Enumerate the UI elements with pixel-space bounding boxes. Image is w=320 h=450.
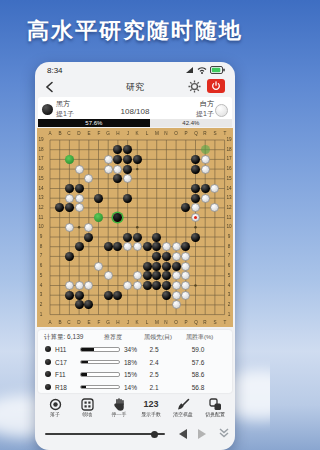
board-col-label: Q	[193, 131, 199, 136]
board-row-label: 2	[38, 303, 44, 308]
recommend-pct: 15%	[124, 371, 137, 378]
black-stone-E9	[84, 233, 93, 242]
white-stone-R17	[201, 155, 210, 164]
board-row-label: 15	[38, 176, 44, 181]
black-stone-Q16	[191, 165, 200, 174]
board-row-label: 17	[226, 157, 232, 162]
candidate-move-label: H11	[55, 346, 66, 353]
board-col-label: J	[125, 320, 131, 325]
board-col-label: L	[144, 131, 150, 136]
board-col-label: T	[222, 131, 228, 136]
black-stone-D2	[75, 300, 84, 309]
white-stone-O8	[172, 242, 181, 251]
board-row-label: 1	[226, 312, 232, 317]
board-row-label: 4	[38, 283, 44, 288]
white-stone-G16	[104, 165, 113, 174]
slider-thumb[interactable]	[151, 431, 158, 438]
power-button[interactable]	[207, 79, 225, 93]
board-col-label: A	[47, 131, 53, 136]
white-stone-K4	[133, 281, 142, 290]
board-row-label: 4	[226, 283, 232, 288]
board-row-label: 7	[38, 254, 44, 259]
analysis-row-C17[interactable]: C1718%2.457.6	[38, 356, 232, 368]
power-icon	[211, 81, 221, 91]
board-row-label: 7	[226, 254, 232, 259]
board-row-label: 13	[38, 196, 44, 201]
board-col-label: N	[163, 131, 169, 136]
clear-board-button[interactable]: 清空棋盘	[168, 398, 198, 422]
phone-mockup: 8:34 研究	[35, 62, 235, 450]
black-stone-G3	[104, 291, 113, 300]
recommend-bar	[80, 347, 120, 352]
settings-gear-icon[interactable]	[188, 80, 201, 93]
board-col-label: A	[47, 320, 53, 325]
board-row-label: 9	[226, 235, 232, 240]
board-col-label: L	[144, 320, 150, 325]
black-stone-O6	[172, 262, 181, 271]
recommend-bar	[80, 360, 120, 365]
territory-button[interactable]: 领地	[72, 398, 102, 422]
board-row-label: 13	[226, 196, 232, 201]
black-stone-L6	[143, 262, 152, 271]
black-stone-Q9	[191, 233, 200, 242]
board-col-label: C	[66, 320, 72, 325]
white-stone-D12	[75, 203, 84, 212]
board-row-label: 6	[38, 264, 44, 269]
black-stone-R14	[201, 184, 210, 193]
black-stone-icon	[45, 384, 51, 390]
board-col-label: F	[96, 131, 102, 136]
white-winrate-segment: 42.4%	[150, 119, 232, 127]
white-captures: 提1子	[196, 109, 214, 119]
board-col-label: S	[212, 320, 218, 325]
board-row-label: 8	[226, 244, 232, 249]
next-move-button[interactable]	[198, 429, 206, 439]
bottom-toolbar: 落子 领地 停一手 123 显示手数 清空棋盘	[35, 398, 235, 424]
board-col-label: D	[76, 320, 82, 325]
white-stone-O2	[172, 300, 181, 309]
board-col-label: R	[202, 320, 208, 325]
board-row-label: 15	[226, 176, 232, 181]
black-stone-D14	[75, 184, 84, 193]
white-player-label: 白方	[200, 99, 214, 109]
black-stone-C7	[65, 252, 74, 261]
board-row-label: 10	[226, 225, 232, 230]
board-col-label: O	[173, 131, 179, 136]
board-col-label: G	[105, 320, 111, 325]
black-stone-F13	[94, 194, 103, 203]
col-recommend: 推荐度	[104, 333, 122, 342]
board-col-label: N	[163, 320, 169, 325]
board-col-label: T	[222, 320, 228, 325]
col-black-winrate: 黑胜率(%)	[186, 333, 213, 342]
col-black-lead: 黑领先(目)	[144, 333, 172, 342]
black-stone-N4	[162, 281, 171, 290]
board-col-label: Q	[193, 320, 199, 325]
candidate-move-R18[interactable]	[201, 145, 210, 154]
black-stone-icon	[45, 371, 51, 377]
pass-button[interactable]: 停一手	[104, 398, 134, 422]
board-col-label: B	[57, 320, 63, 325]
white-stone-K8	[133, 242, 142, 251]
white-stone-O4	[172, 281, 181, 290]
board-row-label: 2	[226, 303, 232, 308]
recommend-pct: 18%	[124, 359, 137, 366]
black-stone-L4	[143, 281, 152, 290]
candidate-move-label: R18	[55, 384, 67, 391]
black-stone-C3	[65, 291, 74, 300]
nav-bar: 研究	[35, 77, 235, 97]
black-lead-value: 2.5	[142, 371, 166, 378]
white-stone-P6	[181, 262, 190, 271]
show-move-numbers-button[interactable]: 123 显示手数	[136, 398, 166, 422]
black-stone-J13	[123, 194, 132, 203]
analysis-header: 计算量: 6,139 推荐度 黑领先(目) 黑胜率(%)	[38, 331, 232, 342]
board-row-label: 3	[226, 293, 232, 298]
page-title: 研究	[35, 81, 235, 94]
white-stone-C10	[65, 223, 74, 232]
board-col-label: P	[183, 320, 189, 325]
analysis-row-F11[interactable]: F1115%2.558.6	[38, 368, 232, 380]
black-lead-value: 2.5	[142, 346, 166, 353]
white-stone-H16	[113, 165, 122, 174]
black-stone-N6	[162, 262, 171, 271]
black-winrate-segment: 57.6%	[38, 119, 150, 127]
white-stone-P3	[181, 291, 190, 300]
territory-icon	[81, 398, 94, 411]
white-avatar	[215, 104, 228, 117]
black-stone-K17	[133, 155, 142, 164]
board-row-label: 18	[226, 147, 232, 152]
board-row-label: 8	[38, 244, 44, 249]
board-col-label: H	[115, 131, 121, 136]
candidate-move-label: C17	[55, 359, 67, 366]
board-row-label: 14	[226, 186, 232, 191]
board-col-label: M	[154, 131, 160, 136]
black-lead-value: 2.4	[142, 359, 166, 366]
board-col-label: B	[57, 131, 63, 136]
status-time: 8:34	[47, 66, 63, 75]
battery-icon	[210, 66, 225, 74]
signal-icon	[185, 66, 194, 74]
white-stone-O7	[172, 252, 181, 261]
white-stone-R16	[201, 165, 210, 174]
black-stone-D8	[75, 242, 84, 251]
board-col-label: C	[66, 131, 72, 136]
analysis-row-H11[interactable]: H1134%2.559.0	[38, 343, 232, 355]
clear-board-icon	[177, 398, 190, 411]
board-col-label: O	[173, 320, 179, 325]
playback-controls	[35, 426, 235, 442]
board-col-label: K	[134, 320, 140, 325]
analysis-panel: 计算量: 6,139 推荐度 黑领先(目) 黑胜率(%) H1134%2.559…	[38, 330, 232, 393]
white-stone-C4	[65, 281, 74, 290]
black-stone-J9	[123, 233, 132, 242]
board-row-label: 19	[226, 138, 232, 143]
board-col-label: G	[105, 131, 111, 136]
board-row-label: 12	[226, 206, 232, 211]
recommend-pct: 34%	[124, 346, 137, 353]
board-col-label: R	[202, 131, 208, 136]
winrate-bar: 57.6% 42.4%	[38, 119, 232, 127]
black-stone-N7	[162, 252, 171, 261]
black-stone-D3	[75, 291, 84, 300]
black-stone-J16	[123, 165, 132, 174]
pass-hand-icon	[113, 398, 126, 411]
computation-count: 计算量: 6,139	[44, 333, 83, 342]
black-winrate-value: 56.8	[184, 384, 212, 391]
board-col-label: P	[183, 131, 189, 136]
place-stone-icon	[49, 398, 62, 411]
white-stone-C13	[65, 194, 74, 203]
board-row-label: 11	[226, 215, 232, 220]
black-winrate-value: 58.6	[184, 371, 212, 378]
black-stone-M6	[152, 262, 161, 271]
white-stone-O3	[172, 291, 181, 300]
white-stone-O5	[172, 271, 181, 280]
board-row-label: 11	[38, 215, 44, 220]
candidate-move-label: F11	[55, 371, 66, 378]
board-row-label: 14	[38, 186, 44, 191]
board-row-label: 16	[226, 167, 232, 172]
board-row-label: 10	[38, 225, 44, 230]
white-stone-D16	[75, 165, 84, 174]
marketing-banner-title: 高水平研究随时随地	[0, 16, 270, 46]
go-board[interactable]: AA1919BB1818CC1717DD1616EE1515FF1414GG13…	[37, 128, 233, 327]
board-col-label: E	[86, 320, 92, 325]
place-stone-button[interactable]: 落子	[40, 398, 70, 422]
move-slider[interactable]	[45, 433, 165, 435]
board-row-label: 9	[38, 235, 44, 240]
candidate-move-C17[interactable]	[65, 155, 74, 164]
board-row-label: 16	[38, 167, 44, 172]
board-col-label: M	[154, 320, 160, 325]
black-stone-icon	[45, 346, 51, 352]
wifi-icon	[197, 66, 207, 74]
board-col-label: E	[86, 131, 92, 136]
black-stone-Q17	[191, 155, 200, 164]
black-stone-Q13	[191, 194, 200, 203]
white-stone-F6	[94, 262, 103, 271]
board-row-label: 5	[38, 273, 44, 278]
black-stone-J17	[123, 155, 132, 164]
analysis-row-R18[interactable]: R1814%2.156.8	[38, 381, 232, 393]
board-col-label: H	[115, 320, 121, 325]
black-winrate-value: 59.0	[184, 346, 212, 353]
board-row-label: 5	[226, 273, 232, 278]
black-stone-M9	[152, 233, 161, 242]
black-stone-K9	[133, 233, 142, 242]
board-row-label: 18	[38, 147, 44, 152]
recommend-bar	[80, 372, 120, 377]
black-stone-C14	[65, 184, 74, 193]
board-col-label: F	[96, 320, 102, 325]
board-col-label: J	[125, 131, 131, 136]
board-col-label: K	[134, 131, 140, 136]
board-row-label: 1	[38, 312, 44, 317]
white-stone-D4	[75, 281, 84, 290]
prev-move-button[interactable]	[179, 429, 187, 439]
recommend-bar	[80, 385, 120, 390]
black-stone-N3	[162, 291, 171, 300]
board-row-label: 17	[38, 157, 44, 162]
white-stone-R13	[201, 194, 210, 203]
white-stone-G5	[104, 271, 113, 280]
board-row-label: 3	[38, 293, 44, 298]
switch-config-icon	[209, 398, 222, 411]
move-numbers-icon: 123	[143, 398, 158, 411]
black-stone-icon	[45, 359, 51, 365]
white-stone-D13	[75, 194, 84, 203]
black-stone-G8	[104, 242, 113, 251]
black-stone-L8	[143, 242, 152, 251]
black-stone-Q14	[191, 184, 200, 193]
white-stone-G17	[104, 155, 113, 164]
status-bar: 8:34	[35, 64, 235, 77]
board-col-label: D	[76, 131, 82, 136]
collapse-chevrons-icon[interactable]	[218, 427, 230, 439]
switch-config-button[interactable]: 切换配置	[200, 398, 230, 422]
recommend-pct: 14%	[124, 384, 137, 391]
black-lead-value: 2.1	[142, 384, 166, 391]
black-winrate-value: 57.6	[184, 359, 212, 366]
board-row-label: 19	[38, 138, 44, 143]
black-stone-L5	[143, 271, 152, 280]
board-col-label: S	[212, 131, 218, 136]
board-row-label: 6	[226, 264, 232, 269]
board-row-label: 12	[38, 206, 44, 211]
